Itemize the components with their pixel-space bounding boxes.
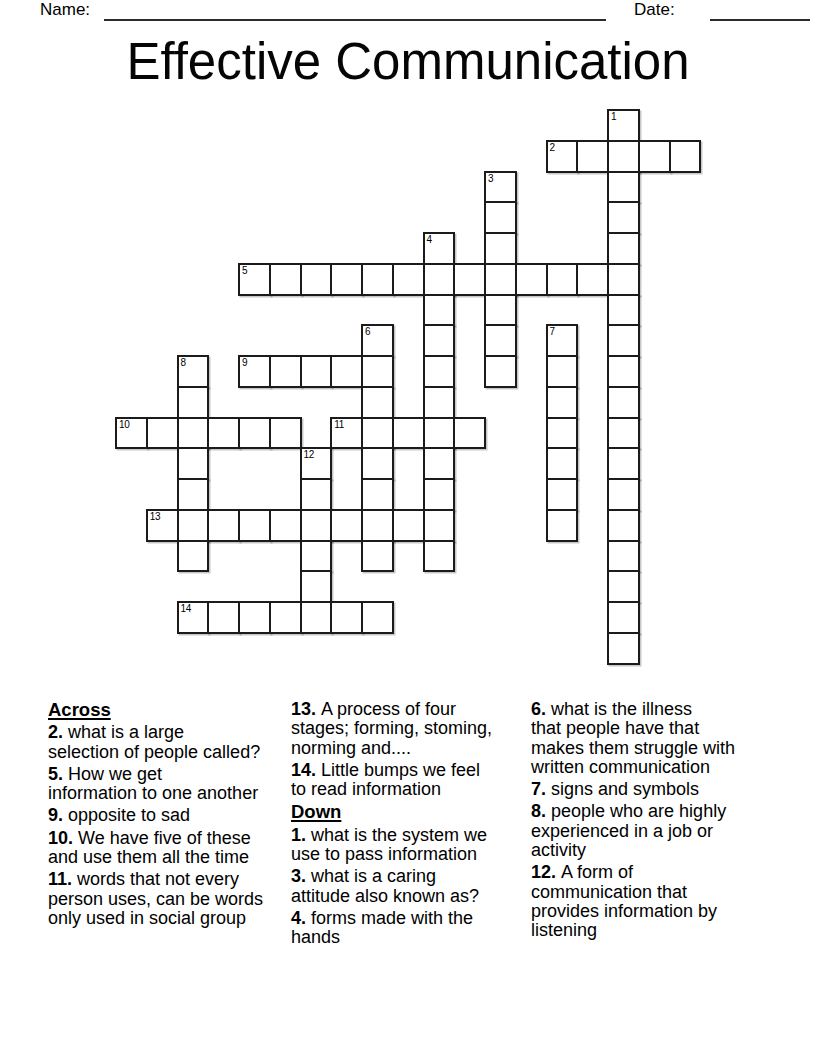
cell-r10c2[interactable]	[177, 417, 210, 450]
cell-r13c8[interactable]	[361, 509, 394, 542]
cell-r10c5[interactable]	[269, 417, 302, 450]
cell-r7c16[interactable]	[607, 324, 640, 357]
clue-column-3: 6. what is the illnessthat people have t…	[531, 700, 781, 944]
name-blank-line[interactable]	[104, 2, 606, 21]
cell-r13c16[interactable]	[607, 509, 640, 542]
cell-r15c16[interactable]	[607, 570, 640, 603]
clue-number-10: 10	[119, 419, 130, 430]
cell-r11c6[interactable]: 12	[300, 447, 333, 480]
cell-r10c0[interactable]: 10	[115, 417, 148, 450]
cell-r3c16[interactable]	[607, 201, 640, 234]
cell-r6c16[interactable]	[607, 294, 640, 327]
clue-number-12: 12	[304, 449, 315, 460]
crossword-worksheet: Name: Date: Effective Communication 1234…	[0, 0, 816, 1056]
cell-r11c8[interactable]	[361, 447, 394, 480]
clue-number-label: 6.	[531, 699, 551, 719]
clue-number-label: 9.	[48, 805, 68, 825]
clue-number-label: 3.	[291, 866, 311, 886]
cell-r10c10[interactable]	[423, 417, 456, 450]
cell-r8c8[interactable]	[361, 355, 394, 388]
cell-r5c8[interactable]	[361, 263, 394, 296]
clue-number-label: 8.	[531, 801, 551, 821]
cell-r11c14[interactable]	[546, 447, 579, 480]
clue-number-14: 14	[181, 603, 192, 614]
cell-r12c6[interactable]	[300, 478, 333, 511]
cell-r10c1[interactable]	[146, 417, 179, 450]
cell-r12c2[interactable]	[177, 478, 210, 511]
cell-r16c7[interactable]	[330, 601, 363, 634]
cell-r8c6[interactable]	[300, 355, 333, 388]
cell-r5c13[interactable]	[515, 263, 548, 296]
cell-r7c8[interactable]: 6	[361, 324, 394, 357]
cell-r9c2[interactable]	[177, 386, 210, 419]
clue-number-11: 11	[334, 419, 344, 430]
cell-r3c12[interactable]	[484, 201, 517, 234]
cell-r13c1[interactable]: 13	[146, 509, 179, 542]
cell-r16c8[interactable]	[361, 601, 394, 634]
cell-r10c4[interactable]	[238, 417, 271, 450]
cell-r13c9[interactable]	[392, 509, 425, 542]
cell-r14c8[interactable]	[361, 540, 394, 573]
clue-number-6: 6	[365, 326, 370, 337]
clue-number-label: 2.	[48, 722, 68, 742]
cell-r13c3[interactable]	[207, 509, 240, 542]
clue-number-label: 11.	[48, 869, 77, 889]
cell-r11c10[interactable]	[423, 447, 456, 480]
cell-r8c5[interactable]	[269, 355, 302, 388]
cell-r5c16[interactable]	[607, 263, 640, 296]
cell-r9c14[interactable]	[546, 386, 579, 419]
cell-r10c11[interactable]	[453, 417, 486, 450]
clue-down-3: 3. what is a caringattitude also known a…	[291, 867, 531, 906]
cell-r10c7[interactable]: 11	[330, 417, 363, 450]
clue-number-7: 7	[550, 326, 555, 337]
cell-r14c10[interactable]	[423, 540, 456, 573]
cell-r12c16[interactable]	[607, 478, 640, 511]
cell-r12c10[interactable]	[423, 478, 456, 511]
across-heading: Across	[48, 700, 290, 719]
cell-r8c4[interactable]: 9	[238, 355, 271, 388]
clue-down-7: 7. signs and symbols	[531, 780, 781, 799]
cell-r16c3[interactable]	[207, 601, 240, 634]
cell-r5c14[interactable]	[546, 263, 579, 296]
down-heading: Down	[291, 802, 531, 821]
cell-r13c4[interactable]	[238, 509, 271, 542]
clue-column-2: 13. A process of fourstages; forming, st…	[291, 700, 531, 951]
clue-across-13: 13. A process of fourstages; forming, st…	[291, 700, 531, 758]
clue-across-2: 2. what is a largeselection of people ca…	[48, 723, 290, 762]
clue-across-10: 10. We have five of theseand use them al…	[48, 829, 290, 868]
cell-r14c6[interactable]	[300, 540, 333, 573]
cell-r14c2[interactable]	[177, 540, 210, 573]
cell-r8c12[interactable]	[484, 355, 517, 388]
cell-r4c10[interactable]: 4	[423, 232, 456, 265]
cell-r5c6[interactable]	[300, 263, 333, 296]
cell-r15c6[interactable]	[300, 570, 333, 603]
cell-r8c10[interactable]	[423, 355, 456, 388]
cell-r8c16[interactable]	[607, 355, 640, 388]
cell-r5c9[interactable]	[392, 263, 425, 296]
cell-r12c14[interactable]	[546, 478, 579, 511]
cell-r5c12[interactable]	[484, 263, 517, 296]
cell-r16c4[interactable]	[238, 601, 271, 634]
clue-number-13: 13	[150, 511, 161, 522]
crossword-grid: 1234567891011121314	[116, 110, 701, 665]
clue-number-label: 4.	[291, 908, 311, 928]
clue-column-1: Across2. what is a largeselection of peo…	[48, 700, 290, 931]
clue-down-8: 8. people who are highlyexperienced in a…	[531, 802, 781, 860]
cell-r2c16[interactable]	[607, 171, 640, 204]
cell-r7c14[interactable]: 7	[546, 324, 579, 357]
cell-r16c6[interactable]	[300, 601, 333, 634]
cell-r16c2[interactable]: 14	[177, 601, 210, 634]
date-label: Date:	[634, 1, 675, 19]
cell-r10c3[interactable]	[207, 417, 240, 450]
cell-r8c2[interactable]: 8	[177, 355, 210, 388]
cell-r5c7[interactable]	[330, 263, 363, 296]
cell-r1c18[interactable]	[669, 140, 702, 173]
cell-r4c16[interactable]	[607, 232, 640, 265]
cell-r1c17[interactable]	[638, 140, 671, 173]
cell-r9c10[interactable]	[423, 386, 456, 419]
cell-r16c16[interactable]	[607, 601, 640, 634]
clue-number-label: 10.	[48, 828, 78, 848]
clue-number-8: 8	[181, 357, 186, 368]
clue-number-1: 1	[611, 111, 616, 122]
cell-r5c15[interactable]	[576, 263, 609, 296]
cell-r1c15[interactable]	[576, 140, 609, 173]
cell-r2c12[interactable]: 3	[484, 171, 517, 204]
clue-number-5: 5	[242, 265, 247, 276]
clue-down-12: 12. A form ofcommunication thatprovides …	[531, 863, 781, 940]
clue-across-11: 11. words that not everyperson uses, can…	[48, 870, 290, 928]
clue-number-label: 14.	[291, 760, 321, 780]
cell-r13c14[interactable]	[546, 509, 579, 542]
clue-down-4: 4. forms made with thehands	[291, 909, 531, 948]
cell-r11c2[interactable]	[177, 447, 210, 480]
clue-number-2: 2	[550, 142, 555, 153]
cell-r13c6[interactable]	[300, 509, 333, 542]
cell-r5c10[interactable]	[423, 263, 456, 296]
cell-r5c4[interactable]: 5	[238, 263, 271, 296]
clue-number-9: 9	[242, 357, 247, 368]
clue-across-9: 9. opposite to sad	[48, 806, 290, 825]
cell-r1c14[interactable]: 2	[546, 140, 579, 173]
cell-r17c16[interactable]	[607, 632, 640, 665]
cell-r6c12[interactable]	[484, 294, 517, 327]
name-label: Name:	[40, 1, 90, 19]
cell-r13c10[interactable]	[423, 509, 456, 542]
clue-across-5: 5. How we getinformation to one another	[48, 765, 290, 804]
cell-r5c11[interactable]	[453, 263, 486, 296]
cell-r13c7[interactable]	[330, 509, 363, 542]
clue-number-label: 7.	[531, 779, 551, 799]
cell-r10c16[interactable]	[607, 417, 640, 450]
clue-down-1: 1. what is the system weuse to pass info…	[291, 826, 531, 865]
clue-number-label: 5.	[48, 764, 68, 784]
clue-number-3: 3	[488, 173, 493, 184]
cell-r10c14[interactable]	[546, 417, 579, 450]
cell-r13c2[interactable]	[177, 509, 210, 542]
cell-r10c9[interactable]	[392, 417, 425, 450]
cell-r7c10[interactable]	[423, 324, 456, 357]
cell-r4c12[interactable]	[484, 232, 517, 265]
cell-r7c12[interactable]	[484, 324, 517, 357]
clue-down-6: 6. what is the illnessthat people have t…	[531, 700, 781, 777]
page-title: Effective Communication	[0, 36, 816, 88]
cell-r9c16[interactable]	[607, 386, 640, 419]
cell-r14c16[interactable]	[607, 540, 640, 573]
clue-number-4: 4	[427, 234, 432, 245]
cell-r12c8[interactable]	[361, 478, 394, 511]
cell-r11c16[interactable]	[607, 447, 640, 480]
cell-r10c8[interactable]	[361, 417, 394, 450]
cell-r8c14[interactable]	[546, 355, 579, 388]
clue-across-14: 14. Little bumps we feelto read informat…	[291, 761, 531, 800]
cell-r13c5[interactable]	[269, 509, 302, 542]
date-blank-line[interactable]	[710, 2, 810, 21]
clue-number-label: 12.	[531, 862, 561, 882]
cell-r5c5[interactable]	[269, 263, 302, 296]
cell-r1c16[interactable]	[607, 140, 640, 173]
cell-r9c8[interactable]	[361, 386, 394, 419]
clue-number-label: 1.	[291, 825, 311, 845]
clue-number-label: 13.	[291, 699, 321, 719]
cell-r8c7[interactable]	[330, 355, 363, 388]
cell-r6c10[interactable]	[423, 294, 456, 327]
cell-r0c16[interactable]: 1	[607, 109, 640, 142]
cell-r16c5[interactable]	[269, 601, 302, 634]
